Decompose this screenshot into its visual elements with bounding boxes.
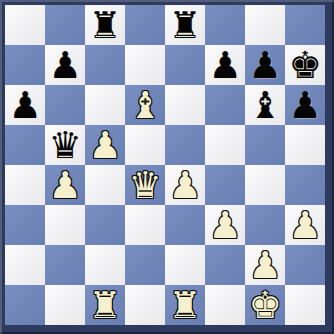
square-g3[interactable] <box>245 205 285 245</box>
square-a4[interactable] <box>5 165 45 205</box>
black-pawn[interactable]: ♟ <box>205 45 245 85</box>
white-bishop[interactable]: ♝ <box>125 85 165 125</box>
chess-board: ♜♜♟♟♟♚♟♝♝♟♛♟♟♛♟♟♟♟♜♜♚ <box>5 5 325 325</box>
black-rook[interactable]: ♜ <box>85 5 125 45</box>
black-rook[interactable]: ♜ <box>165 5 205 45</box>
square-h8[interactable] <box>285 5 325 45</box>
square-e6[interactable] <box>165 85 205 125</box>
square-b3[interactable] <box>45 205 85 245</box>
square-g8[interactable] <box>245 5 285 45</box>
black-pawn[interactable]: ♟ <box>45 45 85 85</box>
square-d5[interactable] <box>125 125 165 165</box>
square-f1[interactable] <box>205 285 245 325</box>
square-e3[interactable] <box>165 205 205 245</box>
square-f6[interactable] <box>205 85 245 125</box>
square-f7[interactable]: ♟ <box>205 45 245 85</box>
square-f3[interactable]: ♟ <box>205 205 245 245</box>
square-f5[interactable] <box>205 125 245 165</box>
black-king[interactable]: ♚ <box>285 45 325 85</box>
square-a7[interactable] <box>5 45 45 85</box>
square-c2[interactable] <box>85 245 125 285</box>
white-pawn[interactable]: ♟ <box>205 205 245 245</box>
black-pawn[interactable]: ♟ <box>5 85 45 125</box>
square-h4[interactable] <box>285 165 325 205</box>
square-c6[interactable] <box>85 85 125 125</box>
square-a1[interactable] <box>5 285 45 325</box>
square-g4[interactable] <box>245 165 285 205</box>
white-rook[interactable]: ♜ <box>85 285 125 325</box>
square-e4[interactable]: ♟ <box>165 165 205 205</box>
board-frame: ♜♜♟♟♟♚♟♝♝♟♛♟♟♛♟♟♟♟♜♜♚ <box>0 0 334 334</box>
square-c8[interactable]: ♜ <box>85 5 125 45</box>
square-h6[interactable]: ♟ <box>285 85 325 125</box>
black-queen[interactable]: ♛ <box>45 125 85 165</box>
square-c5[interactable]: ♟ <box>85 125 125 165</box>
square-b4[interactable]: ♟ <box>45 165 85 205</box>
square-h7[interactable]: ♚ <box>285 45 325 85</box>
white-pawn[interactable]: ♟ <box>285 205 325 245</box>
square-d4[interactable]: ♛ <box>125 165 165 205</box>
square-c4[interactable] <box>85 165 125 205</box>
square-a5[interactable] <box>5 125 45 165</box>
square-b7[interactable]: ♟ <box>45 45 85 85</box>
square-b5[interactable]: ♛ <box>45 125 85 165</box>
square-b8[interactable] <box>45 5 85 45</box>
white-king[interactable]: ♚ <box>245 285 285 325</box>
square-a3[interactable] <box>5 205 45 245</box>
black-pawn[interactable]: ♟ <box>245 45 285 85</box>
square-e2[interactable] <box>165 245 205 285</box>
square-f4[interactable] <box>205 165 245 205</box>
square-g5[interactable] <box>245 125 285 165</box>
square-e1[interactable]: ♜ <box>165 285 205 325</box>
white-queen[interactable]: ♛ <box>125 165 165 205</box>
white-pawn[interactable]: ♟ <box>45 165 85 205</box>
square-h3[interactable]: ♟ <box>285 205 325 245</box>
square-d3[interactable] <box>125 205 165 245</box>
black-pawn[interactable]: ♟ <box>285 85 325 125</box>
square-g1[interactable]: ♚ <box>245 285 285 325</box>
square-a2[interactable] <box>5 245 45 285</box>
square-g7[interactable]: ♟ <box>245 45 285 85</box>
square-h2[interactable] <box>285 245 325 285</box>
square-h1[interactable] <box>285 285 325 325</box>
square-d1[interactable] <box>125 285 165 325</box>
square-d2[interactable] <box>125 245 165 285</box>
square-g2[interactable]: ♟ <box>245 245 285 285</box>
square-e5[interactable] <box>165 125 205 165</box>
white-pawn[interactable]: ♟ <box>165 165 205 205</box>
black-bishop[interactable]: ♝ <box>245 85 285 125</box>
white-rook[interactable]: ♜ <box>165 285 205 325</box>
white-pawn[interactable]: ♟ <box>245 245 285 285</box>
square-h5[interactable] <box>285 125 325 165</box>
square-b2[interactable] <box>45 245 85 285</box>
square-c3[interactable] <box>85 205 125 245</box>
square-b6[interactable] <box>45 85 85 125</box>
white-pawn[interactable]: ♟ <box>85 125 125 165</box>
square-f8[interactable] <box>205 5 245 45</box>
square-e8[interactable]: ♜ <box>165 5 205 45</box>
square-d7[interactable] <box>125 45 165 85</box>
square-d6[interactable]: ♝ <box>125 85 165 125</box>
square-a6[interactable]: ♟ <box>5 85 45 125</box>
square-c1[interactable]: ♜ <box>85 285 125 325</box>
square-b1[interactable] <box>45 285 85 325</box>
square-d8[interactable] <box>125 5 165 45</box>
square-a8[interactable] <box>5 5 45 45</box>
square-c7[interactable] <box>85 45 125 85</box>
square-e7[interactable] <box>165 45 205 85</box>
square-g6[interactable]: ♝ <box>245 85 285 125</box>
square-f2[interactable] <box>205 245 245 285</box>
